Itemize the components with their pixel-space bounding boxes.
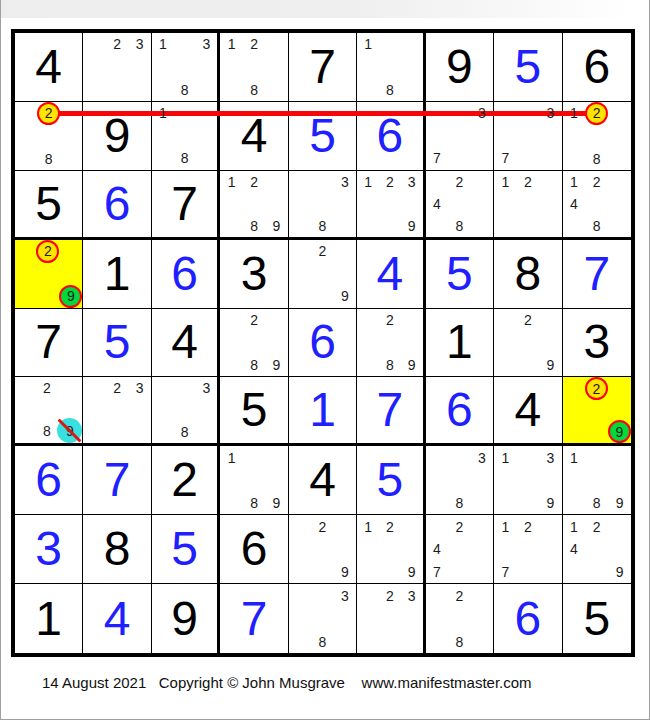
candidate-slot-empty: [265, 33, 287, 56]
cell-r3c8[interactable]: 12: [494, 171, 562, 240]
candidate-slot-empty: [289, 193, 311, 215]
candidate-slot-empty: [83, 421, 105, 443]
cell-r9c1[interactable]: 1: [15, 584, 83, 653]
cell-r7c5[interactable]: 4: [289, 446, 357, 515]
cell-r5c4[interactable]: 289: [220, 309, 288, 378]
candidate-slot-empty: [106, 78, 128, 101]
candidate-slot-empty: [152, 147, 174, 170]
candidate-slot-empty: [585, 420, 608, 443]
candidate-slot-empty: [83, 33, 105, 56]
candidate-slot-empty: [426, 515, 448, 538]
cell-r4c5[interactable]: 29: [289, 240, 357, 309]
cell-r3c5[interactable]: 38: [289, 171, 357, 240]
candidate-slot-empty: [152, 125, 174, 148]
candidate-slot-empty: [539, 469, 561, 492]
candidate-slot-empty: [128, 421, 150, 443]
cell-candidates: 1289: [220, 171, 287, 237]
candidate-slot-empty: [289, 584, 311, 607]
candidate-slot-empty: [494, 354, 516, 377]
cell-value: 7: [83, 446, 150, 514]
cell-r8c4[interactable]: 6: [220, 515, 288, 584]
cell-r4c8[interactable]: 8: [494, 240, 562, 309]
cell-r7c1[interactable]: 6: [15, 446, 83, 515]
cell-candidates: 189: [220, 446, 287, 514]
candidate-9: 9: [608, 560, 631, 583]
candidate-slot-empty: [539, 215, 561, 237]
candidate-slot-empty: [60, 147, 82, 169]
candidate-slot-empty: [471, 469, 493, 492]
candidate-8: 8: [311, 630, 333, 653]
cell-r5c9[interactable]: 3: [563, 309, 631, 378]
candidate-slot-empty: [494, 492, 516, 515]
cell-r7c8[interactable]: 139: [494, 446, 562, 515]
cell-value: 4: [494, 377, 561, 443]
candidate-slot-empty: [379, 331, 401, 354]
cell-r1c3[interactable]: 138: [152, 33, 220, 102]
cell-candidates: 37: [494, 102, 561, 170]
candidate-slot-empty: [311, 584, 333, 607]
cell-candidates: 129: [357, 515, 422, 583]
cell-candidates: 29: [494, 309, 561, 377]
candidate-slot-empty: [539, 560, 561, 583]
cell-r6c1[interactable]: 289: [15, 377, 83, 446]
candidate-slot-empty: [401, 331, 423, 354]
candidate-2: 2: [243, 33, 265, 56]
cell-candidates: 28: [15, 102, 82, 170]
candidate-slot-empty: [220, 331, 242, 354]
candidate-slot-empty: [539, 193, 561, 215]
candidate-slot-empty: [471, 171, 493, 193]
candidate-slot-empty: [174, 377, 196, 399]
cell-value: 5: [426, 240, 493, 308]
candidate-7: 7: [426, 147, 448, 170]
candidate-slot-empty: [563, 469, 586, 492]
candidate-slot-empty: [196, 147, 218, 170]
candidate-slot-empty: [563, 147, 586, 169]
candidate-slot-empty: [448, 102, 470, 125]
cell-r9c7[interactable]: 28: [426, 584, 494, 653]
candidate-slot-empty: [196, 125, 218, 148]
candidate-2: 2: [379, 515, 401, 538]
candidate-2: 2: [448, 584, 470, 607]
cell-candidates: 128: [220, 33, 287, 101]
cell-value: 6: [220, 515, 287, 583]
candidate-slot-empty: [289, 262, 311, 285]
cell-r5c8[interactable]: 29: [494, 309, 562, 378]
cell-r2c9[interactable]: 128: [563, 102, 631, 171]
candidate-slot-empty: [265, 331, 287, 354]
cell-r9c2[interactable]: 4: [83, 584, 151, 653]
cell-candidates: 29: [289, 515, 356, 583]
candidate-slot-empty: [357, 584, 379, 607]
candidate-slot-empty: [174, 102, 196, 125]
cell-r4c7[interactable]: 5: [426, 240, 494, 309]
cell-r6c7[interactable]: 6: [426, 377, 494, 446]
candidate-slot-empty: [357, 331, 379, 354]
candidate-slot-empty: [401, 515, 423, 538]
candidate-slot-empty: [608, 446, 631, 469]
candidate-slot-empty: [401, 193, 423, 215]
cell-r5c1[interactable]: 7: [15, 309, 83, 378]
cell-value: 4: [152, 309, 217, 377]
candidate-slot-empty: [334, 538, 356, 561]
cell-value: 4: [357, 240, 422, 308]
candidate-slot-empty: [448, 538, 470, 561]
cell-r1c2[interactable]: 23: [83, 33, 151, 102]
candidate-2: 2: [379, 309, 401, 332]
cell-r8c5[interactable]: 29: [289, 515, 357, 584]
cell-value: 7: [289, 33, 356, 101]
candidate-1: 1: [152, 102, 174, 125]
cell-value: 5: [152, 515, 217, 583]
candidate-slot-empty: [426, 492, 448, 515]
cell-candidates: 127: [494, 515, 561, 583]
candidate-slot-empty: [426, 607, 448, 630]
cell-r3c9[interactable]: 1248: [563, 171, 631, 240]
candidate-slot-empty: [152, 421, 174, 443]
cell-r7c4[interactable]: 189: [220, 446, 288, 515]
sudoku-board: 4231381287189562891845637371285671289381…: [11, 29, 635, 657]
cell-r7c7[interactable]: 38: [426, 446, 494, 515]
cell-r4c9[interactable]: 7: [563, 240, 631, 309]
candidate-slot-empty: [334, 630, 356, 653]
candidate-slot-empty: [15, 125, 37, 147]
candidate-3: 3: [334, 171, 356, 193]
candidate-slot-empty: [265, 309, 287, 332]
cell-r9c4[interactable]: 7: [220, 584, 288, 653]
cell-r3c4[interactable]: 1289: [220, 171, 288, 240]
cell-r2c1[interactable]: 28: [15, 102, 83, 171]
cell-value: 6: [563, 33, 631, 101]
candidate-8: 8: [243, 354, 265, 377]
candidate-slot-empty: [83, 377, 105, 399]
candidate-slot-empty: [471, 125, 493, 148]
candidate-slot-empty: [57, 398, 82, 418]
candidate-slot-empty: [426, 446, 448, 469]
cell-r3c6[interactable]: 1239: [357, 171, 425, 240]
candidate-slot-empty: [220, 492, 242, 515]
candidate-9: 9: [334, 560, 356, 583]
candidate-slot-empty: [265, 78, 287, 101]
candidate-slot-empty: [494, 102, 516, 125]
candidate-9: 9: [265, 492, 287, 515]
candidate-slot-empty: [174, 56, 196, 79]
sudoku-app-window: { "game": "sudoku (solver screenshot wit…: [0, 0, 650, 720]
candidate-1: 1: [563, 515, 586, 538]
cell-value: 3: [15, 515, 82, 583]
candidate-9: 9: [334, 285, 356, 308]
candidate-slot-empty: [334, 215, 356, 237]
candidate-slot-empty: [243, 56, 265, 79]
candidate-slot-empty: [494, 469, 516, 492]
candidate-slot-empty: [539, 515, 561, 538]
candidate-slot-empty: [448, 560, 470, 583]
cell-r8c9[interactable]: 1249: [563, 515, 631, 584]
candidate-4: 4: [426, 193, 448, 215]
cell-r6c4[interactable]: 5: [220, 377, 288, 446]
cell-r8c3[interactable]: 5: [152, 515, 220, 584]
cell-r8c8[interactable]: 127: [494, 515, 562, 584]
candidate-2: 2: [106, 33, 128, 56]
candidate-3: 3: [401, 584, 423, 607]
annotation-ring-yellow-2: 2: [37, 102, 60, 125]
candidate-1: 1: [357, 171, 379, 193]
candidate-7: 7: [494, 147, 516, 170]
cell-r6c3[interactable]: 38: [152, 377, 220, 446]
candidate-slot-empty: [608, 400, 631, 420]
candidate-slot-empty: [585, 469, 608, 492]
candidate-9: 9: [608, 492, 631, 515]
cell-r1c4[interactable]: 128: [220, 33, 288, 102]
candidate-slot-empty: [311, 262, 333, 285]
cell-value: 6: [426, 377, 493, 443]
candidate-slot-empty: [289, 607, 311, 630]
candidate-slot-empty: [36, 398, 57, 418]
cell-candidates: 1249: [563, 515, 631, 583]
cell-r7c6[interactable]: 5: [357, 446, 425, 515]
candidate-slot-empty: [311, 538, 333, 561]
candidate-slot-empty: [471, 584, 493, 607]
candidate-slot-empty: [517, 193, 539, 215]
candidate-slot-empty: [563, 492, 586, 515]
candidate-slot-empty: [585, 538, 608, 561]
candidate-slot-empty: [608, 215, 631, 237]
cell-value: 4: [83, 584, 150, 653]
candidate-slot-empty: [357, 560, 379, 583]
cell-r6c5[interactable]: 1: [289, 377, 357, 446]
candidate-3: 3: [401, 171, 423, 193]
cell-r1c7[interactable]: 9: [426, 33, 494, 102]
candidate-slot-empty: [311, 193, 333, 215]
candidate-1: 1: [220, 446, 242, 469]
candidate-slot-empty: [426, 630, 448, 653]
cell-r2c7[interactable]: 37: [426, 102, 494, 171]
candidate-2: 2: [243, 171, 265, 193]
cell-value: 1: [15, 584, 82, 653]
candidate-slot-empty: [401, 630, 423, 653]
candidate-slot-empty: [494, 193, 516, 215]
candidate-slot-empty: [289, 538, 311, 561]
cell-r4c4[interactable]: 3: [220, 240, 288, 309]
candidate-1: 1: [494, 171, 516, 193]
candidate-slot-empty: [401, 538, 423, 561]
cell-value: 5: [15, 171, 82, 237]
candidate-8: 8: [379, 78, 401, 101]
candidate-slot-empty: [379, 538, 401, 561]
candidate-slot-empty: [563, 400, 585, 420]
cell-candidates: 18: [357, 33, 422, 101]
candidate-2: 2: [243, 309, 265, 332]
cell-r1c8[interactable]: 5: [494, 33, 562, 102]
candidate-7: 7: [426, 560, 448, 583]
cell-r9c6[interactable]: 23: [357, 584, 425, 653]
cell-r7c3[interactable]: 2: [152, 446, 220, 515]
candidate-1: 1: [494, 446, 516, 469]
cell-r9c3[interactable]: 9: [152, 584, 220, 653]
cell-r6c8[interactable]: 4: [494, 377, 562, 446]
candidate-slot-empty: [471, 147, 493, 170]
cell-candidates: 18: [152, 102, 217, 170]
candidate-slot-empty: [494, 309, 516, 332]
candidate-slot-empty: [265, 193, 287, 215]
candidate-slot-empty: [608, 193, 631, 215]
candidate-slot-empty: [517, 102, 539, 125]
candidate-slot-empty: [15, 102, 37, 125]
cell-value: 3: [220, 240, 287, 308]
cell-r4c6[interactable]: 4: [357, 240, 425, 309]
candidate-slot-empty: [379, 193, 401, 215]
candidate-8: 8: [311, 215, 333, 237]
candidate-1: 1: [357, 515, 379, 538]
candidate-slot-empty: [15, 263, 36, 285]
candidate-slot-empty: [59, 263, 82, 285]
candidate-8: 8: [37, 147, 60, 169]
cell-candidates: 38: [289, 584, 356, 653]
cell-r5c2[interactable]: 5: [83, 309, 151, 378]
candidate-slot-empty: [517, 215, 539, 237]
candidate-slot-empty: [426, 469, 448, 492]
candidate-slot-empty: [517, 469, 539, 492]
candidate-slot-empty: [15, 285, 36, 308]
cell-r5c7[interactable]: 1: [426, 309, 494, 378]
cell-value: 6: [152, 240, 217, 308]
candidate-slot-empty: [128, 56, 150, 79]
cell-value: 7: [357, 377, 422, 443]
candidate-slot-empty: [379, 560, 401, 583]
candidate-3: 3: [128, 33, 150, 56]
cell-r4c1[interactable]: 29: [15, 240, 83, 309]
candidate-slot-empty: [401, 33, 423, 56]
candidate-slot-empty: [334, 607, 356, 630]
cell-r5c3[interactable]: 4: [152, 309, 220, 378]
cell-r9c5[interactable]: 38: [289, 584, 357, 653]
candidate-2: 2: [585, 515, 608, 538]
cell-candidates: 247: [426, 515, 493, 583]
cell-candidates: 289: [220, 309, 287, 377]
candidate-slot-empty: [265, 56, 287, 79]
candidate-slot-empty: [379, 607, 401, 630]
cell-r6c2[interactable]: 23: [83, 377, 151, 446]
candidate-9: 9: [265, 215, 287, 237]
cell-r9c8[interactable]: 6: [494, 584, 562, 653]
candidate-slot-empty: [585, 400, 608, 420]
cell-r9c9[interactable]: 5: [563, 584, 631, 653]
cell-r8c1[interactable]: 3: [15, 515, 83, 584]
cell-r1c6[interactable]: 18: [357, 33, 425, 102]
candidate-slot-empty: [83, 399, 105, 421]
cell-r8c7[interactable]: 247: [426, 515, 494, 584]
cell-r7c2[interactable]: 7: [83, 446, 151, 515]
cell-r2c3[interactable]: 18: [152, 102, 220, 171]
cell-r3c2[interactable]: 6: [83, 171, 151, 240]
candidate-slot-empty: [357, 78, 379, 101]
candidate-9: 9: [401, 560, 423, 583]
candidate-4: 4: [563, 193, 586, 215]
candidate-slot-empty: [220, 469, 242, 492]
candidate-slot-empty: [608, 147, 631, 169]
candidate-slot-empty: [448, 446, 470, 469]
cell-r8c2[interactable]: 8: [83, 515, 151, 584]
cell-r4c3[interactable]: 6: [152, 240, 220, 309]
candidate-2: 2: [311, 240, 333, 263]
candidate-slot-empty: [471, 538, 493, 561]
candidate-slot-empty: [37, 125, 60, 147]
cell-r7c9[interactable]: 189: [563, 446, 631, 515]
candidate-slot-empty: [106, 56, 128, 79]
candidate-8: 8: [448, 630, 470, 653]
footer-caption: 14 August 2021 Copyright © John Musgrave…: [42, 674, 532, 691]
cell-r3c1[interactable]: 5: [15, 171, 83, 240]
candidate-slot-empty: [196, 78, 218, 101]
candidate-slot-empty: [471, 560, 493, 583]
candidate-slot-empty: [357, 215, 379, 237]
candidate-1: 1: [563, 171, 586, 193]
candidate-2: 2: [106, 377, 128, 399]
candidate-3: 3: [539, 446, 561, 469]
candidate-slot-empty: [379, 215, 401, 237]
window-top-strip: [0, 0, 650, 18]
candidate-slot-empty: [220, 309, 242, 332]
candidate-slot-empty: [563, 125, 586, 147]
candidate-slot-empty: [448, 469, 470, 492]
cell-value: 9: [426, 33, 493, 101]
candidate-slot-empty: [311, 285, 333, 308]
cell-candidates: 29: [563, 377, 631, 443]
candidate-9: 9: [401, 215, 423, 237]
candidate-slot-empty: [585, 125, 608, 147]
candidate-slot-empty: [517, 492, 539, 515]
candidate-slot-empty: [15, 377, 36, 397]
candidate-slot-empty: [15, 418, 36, 443]
candidate-slot-empty: [357, 607, 379, 630]
candidate-9: 9: [539, 354, 561, 377]
cell-candidates: 38: [289, 171, 356, 237]
candidate-slot-empty: [494, 125, 516, 148]
candidate-slot-empty: [608, 538, 631, 561]
cell-r1c9[interactable]: 6: [563, 33, 631, 102]
cell-r3c3[interactable]: 7: [152, 171, 220, 240]
cell-value: 6: [289, 309, 356, 377]
candidate-slot-empty: [426, 102, 448, 125]
candidate-slot-empty: [57, 377, 82, 397]
cell-r5c5[interactable]: 6: [289, 309, 357, 378]
candidate-slot-empty: [471, 215, 493, 237]
cell-r6c9[interactable]: 29: [563, 377, 631, 446]
candidate-slot-empty: [152, 377, 174, 399]
cell-r3c7[interactable]: 248: [426, 171, 494, 240]
cell-r4c2[interactable]: 1: [83, 240, 151, 309]
cell-r6c6[interactable]: 7: [357, 377, 425, 446]
candidate-3: 3: [196, 33, 218, 56]
cell-r1c1[interactable]: 4: [15, 33, 83, 102]
candidate-8: 8: [379, 354, 401, 377]
candidate-3: 3: [539, 102, 561, 125]
candidate-8: 8: [243, 215, 265, 237]
annotation-ring-yellow-2: 2: [585, 377, 608, 400]
cell-value: 2: [152, 446, 217, 514]
candidate-slot-empty: [379, 630, 401, 653]
candidate-2: 2: [311, 515, 333, 538]
candidate-slot-empty: [196, 56, 218, 79]
candidate-9: 9: [539, 492, 561, 515]
candidate-slot-empty: [539, 331, 561, 354]
cell-r2c8[interactable]: 37: [494, 102, 562, 171]
cell-r5c6[interactable]: 289: [357, 309, 425, 378]
candidate-slot-empty: [83, 78, 105, 101]
cell-r1c5[interactable]: 7: [289, 33, 357, 102]
candidate-3: 3: [196, 377, 218, 399]
cell-r8c6[interactable]: 129: [357, 515, 425, 584]
